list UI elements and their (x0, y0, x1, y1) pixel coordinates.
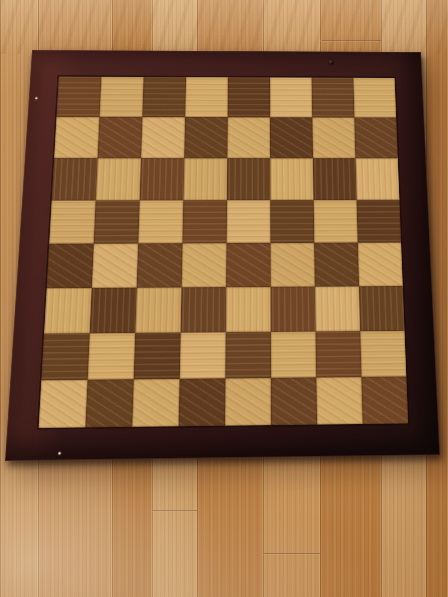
square-r5c6 (315, 286, 360, 331)
square-r0c7 (353, 78, 396, 118)
square-r2c2 (140, 158, 185, 200)
chessboard (5, 50, 440, 461)
square-r2c7 (355, 158, 399, 200)
square-r5c0 (44, 288, 92, 334)
square-r1c4 (227, 117, 270, 158)
square-r4c6 (314, 243, 359, 287)
square-r5c5 (271, 287, 316, 332)
square-r1c6 (312, 117, 355, 158)
square-r6c3 (180, 332, 226, 379)
square-r0c5 (270, 77, 312, 117)
square-r6c4 (225, 332, 271, 379)
plank-joint-0 (152, 510, 197, 512)
plank-joint-1 (263, 553, 320, 555)
square-r6c5 (271, 331, 317, 377)
square-r4c1 (92, 243, 138, 287)
board-grid (39, 77, 409, 428)
square-r2c5 (270, 158, 313, 200)
square-r4c3 (182, 243, 227, 287)
square-r2c4 (227, 158, 270, 200)
frame-screw (329, 60, 334, 65)
square-r7c1 (85, 379, 133, 427)
square-r0c3 (185, 77, 228, 117)
board-frame (5, 50, 440, 461)
square-r0c0 (56, 77, 101, 117)
square-r5c3 (181, 287, 227, 332)
square-r4c5 (270, 243, 314, 287)
square-r0c4 (228, 77, 270, 117)
square-r7c0 (39, 380, 88, 428)
square-r4c7 (358, 242, 403, 286)
square-r4c4 (226, 243, 270, 287)
square-r2c1 (96, 158, 141, 200)
square-r5c1 (90, 288, 137, 334)
square-r5c2 (135, 287, 181, 333)
square-r5c7 (359, 286, 405, 331)
square-r6c7 (360, 331, 406, 377)
square-r2c6 (313, 158, 357, 200)
square-r6c2 (134, 333, 181, 380)
square-r0c6 (312, 78, 355, 118)
photo-scene (0, 0, 448, 597)
square-r7c7 (361, 377, 408, 424)
square-r7c3 (179, 378, 226, 426)
square-r1c0 (54, 117, 99, 158)
square-r1c7 (354, 118, 397, 159)
square-r3c4 (227, 200, 271, 243)
square-r6c6 (316, 331, 362, 377)
square-r2c0 (52, 158, 98, 200)
square-r3c0 (49, 200, 96, 243)
square-r3c6 (314, 200, 358, 243)
square-r2c3 (183, 158, 227, 200)
floor-grain-overlay (0, 0, 448, 54)
square-r4c0 (47, 244, 94, 289)
square-r3c1 (94, 200, 140, 243)
square-r0c2 (142, 77, 186, 117)
square-r7c5 (271, 377, 317, 425)
square-r3c3 (182, 200, 226, 243)
square-r3c5 (270, 200, 314, 243)
square-r0c1 (99, 77, 143, 117)
square-r6c0 (41, 333, 89, 380)
square-r1c5 (270, 117, 313, 158)
square-r6c1 (88, 333, 136, 380)
square-r1c1 (98, 117, 143, 158)
square-r3c2 (138, 200, 183, 243)
square-r7c4 (225, 378, 271, 426)
square-r1c2 (141, 117, 185, 158)
square-r3c7 (357, 200, 402, 243)
square-r5c4 (226, 287, 271, 332)
square-r7c2 (132, 379, 180, 427)
square-r4c2 (137, 243, 183, 287)
square-r7c6 (316, 377, 362, 425)
square-r1c3 (184, 117, 227, 158)
